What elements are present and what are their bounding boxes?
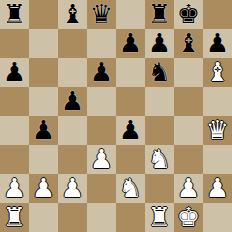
piece-white-bishop[interactable]: ♝ [206, 58, 229, 87]
piece-black-knight[interactable]: ♞ [148, 58, 171, 87]
piece-black-rook[interactable]: ♜ [148, 0, 171, 29]
square-c8[interactable]: ♝ [58, 0, 87, 29]
square-f8[interactable]: ♜ [145, 0, 174, 29]
square-h1[interactable] [203, 203, 232, 232]
square-g8[interactable]: ♚ [174, 0, 203, 29]
square-b3[interactable] [29, 145, 58, 174]
piece-black-pawn[interactable]: ♟ [3, 58, 26, 87]
square-e7[interactable]: ♟ [116, 29, 145, 58]
square-d7[interactable] [87, 29, 116, 58]
square-d4[interactable] [87, 116, 116, 145]
piece-black-bishop[interactable]: ♝ [177, 29, 200, 58]
square-d5[interactable] [87, 87, 116, 116]
square-e1[interactable] [116, 203, 145, 232]
square-b5[interactable] [29, 87, 58, 116]
piece-black-pawn[interactable]: ♟ [119, 29, 142, 58]
square-g5[interactable] [174, 87, 203, 116]
square-h2[interactable]: ♟ [203, 174, 232, 203]
piece-black-king[interactable]: ♚ [177, 0, 200, 29]
piece-black-rook[interactable]: ♜ [3, 0, 26, 29]
square-d6[interactable]: ♟ [87, 58, 116, 87]
square-b2[interactable]: ♟ [29, 174, 58, 203]
square-c1[interactable] [58, 203, 87, 232]
piece-black-pawn[interactable]: ♟ [90, 58, 113, 87]
piece-black-pawn[interactable]: ♟ [119, 116, 142, 145]
piece-white-pawn[interactable]: ♟ [206, 174, 229, 203]
square-a4[interactable] [0, 116, 29, 145]
piece-white-pawn[interactable]: ♟ [3, 174, 26, 203]
piece-white-king[interactable]: ♚ [177, 203, 200, 232]
piece-black-queen[interactable]: ♛ [90, 0, 113, 29]
square-c4[interactable] [58, 116, 87, 145]
square-g3[interactable] [174, 145, 203, 174]
square-d3[interactable]: ♟ [87, 145, 116, 174]
square-c7[interactable] [58, 29, 87, 58]
piece-black-pawn[interactable]: ♟ [61, 87, 84, 116]
square-h8[interactable] [203, 0, 232, 29]
piece-white-pawn[interactable]: ♟ [32, 174, 55, 203]
square-g7[interactable]: ♝ [174, 29, 203, 58]
square-h7[interactable]: ♟ [203, 29, 232, 58]
square-f6[interactable]: ♞ [145, 58, 174, 87]
square-c6[interactable] [58, 58, 87, 87]
piece-white-pawn[interactable]: ♟ [61, 174, 84, 203]
square-a8[interactable]: ♜ [0, 0, 29, 29]
piece-black-pawn[interactable]: ♟ [32, 116, 55, 145]
square-e2[interactable]: ♞ [116, 174, 145, 203]
piece-white-knight[interactable]: ♞ [119, 174, 142, 203]
square-b1[interactable] [29, 203, 58, 232]
square-b8[interactable] [29, 0, 58, 29]
square-f1[interactable]: ♜ [145, 203, 174, 232]
square-f5[interactable] [145, 87, 174, 116]
square-a1[interactable]: ♜ [0, 203, 29, 232]
piece-white-pawn[interactable]: ♟ [90, 145, 113, 174]
square-b7[interactable] [29, 29, 58, 58]
square-e6[interactable] [116, 58, 145, 87]
square-f7[interactable]: ♟ [145, 29, 174, 58]
square-g4[interactable] [174, 116, 203, 145]
piece-white-pawn[interactable]: ♟ [177, 174, 200, 203]
square-c3[interactable] [58, 145, 87, 174]
square-a3[interactable] [0, 145, 29, 174]
square-g6[interactable] [174, 58, 203, 87]
square-g1[interactable]: ♚ [174, 203, 203, 232]
square-c2[interactable]: ♟ [58, 174, 87, 203]
piece-white-queen[interactable]: ♛ [206, 116, 229, 145]
square-h5[interactable] [203, 87, 232, 116]
square-f3[interactable]: ♞ [145, 145, 174, 174]
square-d2[interactable] [87, 174, 116, 203]
square-b6[interactable] [29, 58, 58, 87]
square-d8[interactable]: ♛ [87, 0, 116, 29]
square-c5[interactable]: ♟ [58, 87, 87, 116]
square-e8[interactable] [116, 0, 145, 29]
piece-white-knight[interactable]: ♞ [148, 145, 171, 174]
square-a6[interactable]: ♟ [0, 58, 29, 87]
piece-white-rook[interactable]: ♜ [3, 203, 26, 232]
piece-black-pawn[interactable]: ♟ [206, 29, 229, 58]
square-e3[interactable] [116, 145, 145, 174]
square-f2[interactable] [145, 174, 174, 203]
square-h4[interactable]: ♛ [203, 116, 232, 145]
square-h3[interactable] [203, 145, 232, 174]
piece-black-bishop[interactable]: ♝ [61, 0, 84, 29]
square-h6[interactable]: ♝ [203, 58, 232, 87]
square-b4[interactable]: ♟ [29, 116, 58, 145]
chess-board: ♜♝♛♜♚♟♟♝♟♟♟♞♝♟♟♟♛♟♞♟♟♟♞♟♟♜♜♚ [0, 0, 232, 232]
square-a5[interactable] [0, 87, 29, 116]
piece-black-pawn[interactable]: ♟ [148, 29, 171, 58]
square-f4[interactable] [145, 116, 174, 145]
square-a2[interactable]: ♟ [0, 174, 29, 203]
square-g2[interactable]: ♟ [174, 174, 203, 203]
square-e4[interactable]: ♟ [116, 116, 145, 145]
square-a7[interactable] [0, 29, 29, 58]
square-d1[interactable] [87, 203, 116, 232]
square-e5[interactable] [116, 87, 145, 116]
piece-white-rook[interactable]: ♜ [148, 203, 171, 232]
